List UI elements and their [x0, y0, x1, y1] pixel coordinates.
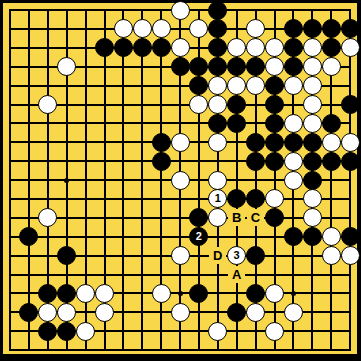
- point-label-A[interactable]: A: [228, 266, 245, 283]
- white-stone[interactable]: [284, 152, 303, 171]
- black-stone[interactable]: [322, 38, 341, 57]
- black-stone[interactable]: [341, 95, 360, 114]
- white-stone[interactable]: [284, 114, 303, 133]
- black-stone[interactable]: [57, 284, 76, 303]
- white-stone[interactable]: [303, 76, 322, 95]
- white-stone[interactable]: [76, 284, 95, 303]
- white-stone[interactable]: [322, 57, 341, 76]
- star-point: [64, 178, 69, 183]
- black-stone[interactable]: [303, 171, 322, 190]
- black-stone[interactable]: [284, 38, 303, 57]
- white-stone[interactable]: [208, 133, 227, 152]
- black-stone[interactable]: [227, 303, 246, 322]
- black-stone[interactable]: [322, 19, 341, 38]
- black-stone[interactable]: [322, 152, 341, 171]
- point-label-C[interactable]: C: [247, 209, 264, 226]
- white-stone[interactable]: [246, 76, 265, 95]
- black-stone[interactable]: [57, 322, 76, 341]
- white-stone[interactable]: [341, 246, 360, 265]
- white-stone[interactable]: [322, 227, 341, 246]
- white-stone[interactable]: [322, 133, 341, 152]
- white-stone[interactable]: [284, 303, 303, 322]
- star-point: [178, 291, 183, 296]
- black-stone[interactable]: [265, 95, 284, 114]
- black-stone[interactable]: [322, 114, 341, 133]
- white-stone[interactable]: [303, 114, 322, 133]
- white-stone[interactable]: [303, 208, 322, 227]
- white-stone[interactable]: [303, 95, 322, 114]
- black-stone[interactable]: [265, 114, 284, 133]
- black-stone[interactable]: [284, 227, 303, 246]
- black-stone[interactable]: [227, 95, 246, 114]
- white-stone[interactable]: [284, 171, 303, 190]
- black-stone[interactable]: [152, 38, 171, 57]
- white-stone[interactable]: [171, 171, 190, 190]
- black-stone[interactable]: [284, 57, 303, 76]
- black-stone[interactable]: [265, 133, 284, 152]
- white-stone[interactable]: [208, 171, 227, 190]
- black-stone[interactable]: [38, 284, 57, 303]
- black-stone[interactable]: [341, 227, 360, 246]
- white-stone[interactable]: [152, 284, 171, 303]
- white-stone[interactable]: [171, 133, 190, 152]
- white-stone[interactable]: [171, 1, 190, 20]
- black-stone[interactable]: [19, 303, 38, 322]
- point-label-B[interactable]: B: [228, 209, 245, 226]
- black-stone[interactable]: [208, 1, 227, 20]
- point-label-D[interactable]: D: [209, 247, 226, 264]
- white-stone[interactable]: [57, 303, 76, 322]
- white-stone[interactable]: [303, 57, 322, 76]
- white-stone[interactable]: [341, 133, 360, 152]
- white-stone[interactable]: [265, 57, 284, 76]
- white-stone[interactable]: [322, 246, 341, 265]
- white-stone[interactable]: [265, 284, 284, 303]
- black-stone[interactable]: [303, 152, 322, 171]
- white-stone[interactable]: [303, 189, 322, 208]
- white-stone[interactable]: [171, 38, 190, 57]
- black-stone[interactable]: [152, 152, 171, 171]
- black-stone[interactable]: [114, 38, 133, 57]
- black-stone[interactable]: [227, 114, 246, 133]
- white-stone[interactable]: [95, 284, 114, 303]
- white-stone[interactable]: [341, 38, 360, 57]
- black-stone[interactable]: [38, 322, 57, 341]
- star-point: [291, 291, 296, 296]
- black-stone[interactable]: [265, 76, 284, 95]
- black-stone[interactable]: [341, 152, 360, 171]
- black-stone[interactable]: [208, 114, 227, 133]
- black-stone[interactable]: [171, 57, 190, 76]
- white-stone[interactable]: [38, 303, 57, 322]
- black-stone[interactable]: [284, 133, 303, 152]
- white-stone[interactable]: [76, 322, 95, 341]
- white-stone[interactable]: [208, 322, 227, 341]
- black-stone[interactable]: [265, 152, 284, 171]
- black-stone[interactable]: [246, 133, 265, 152]
- black-stone[interactable]: [246, 284, 265, 303]
- white-stone[interactable]: [265, 322, 284, 341]
- go-board-screenshot: 123 ABCD: [0, 0, 361, 361]
- black-stone[interactable]: [303, 133, 322, 152]
- white-stone[interactable]: [171, 246, 190, 265]
- white-stone[interactable]: [152, 19, 171, 38]
- black-stone[interactable]: [152, 133, 171, 152]
- white-stone[interactable]: [171, 303, 190, 322]
- black-stone[interactable]: [133, 38, 152, 57]
- black-stone[interactable]: [303, 227, 322, 246]
- white-stone[interactable]: [246, 303, 265, 322]
- white-stone[interactable]: [95, 303, 114, 322]
- black-stone[interactable]: [341, 19, 360, 38]
- white-stone[interactable]: [303, 38, 322, 57]
- white-stone[interactable]: [284, 76, 303, 95]
- black-stone[interactable]: [303, 19, 322, 38]
- black-stone[interactable]: [246, 246, 265, 265]
- white-stone[interactable]: [133, 19, 152, 38]
- black-stone[interactable]: [246, 152, 265, 171]
